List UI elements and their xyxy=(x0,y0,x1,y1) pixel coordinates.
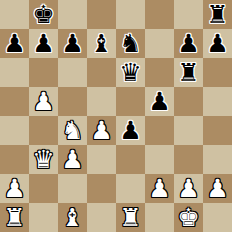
square-d7[interactable]: ♝ xyxy=(87,29,116,58)
square-h6[interactable] xyxy=(203,58,232,87)
white-pawn[interactable]: ♟ xyxy=(206,174,228,203)
white-king[interactable]: ♚ xyxy=(177,203,199,232)
square-d1[interactable] xyxy=(87,203,116,232)
white-pawn[interactable]: ♟ xyxy=(32,87,54,116)
square-h3[interactable] xyxy=(203,145,232,174)
square-a4[interactable] xyxy=(0,116,29,145)
square-b2[interactable] xyxy=(29,174,58,203)
square-d4[interactable]: ♟ xyxy=(87,116,116,145)
square-c8[interactable] xyxy=(58,0,87,29)
black-pawn[interactable]: ♟ xyxy=(177,29,199,58)
white-knight[interactable]: ♞ xyxy=(61,116,83,145)
square-f5[interactable]: ♟ xyxy=(145,87,174,116)
black-rook[interactable]: ♜ xyxy=(206,0,228,29)
square-h7[interactable]: ♟ xyxy=(203,29,232,58)
black-king[interactable]: ♚ xyxy=(32,0,54,29)
black-knight[interactable]: ♞ xyxy=(119,29,141,58)
square-b3[interactable]: ♛ xyxy=(29,145,58,174)
square-a5[interactable] xyxy=(0,87,29,116)
square-e6[interactable]: ♛ xyxy=(116,58,145,87)
square-c3[interactable]: ♟ xyxy=(58,145,87,174)
square-h5[interactable] xyxy=(203,87,232,116)
square-b5[interactable]: ♟ xyxy=(29,87,58,116)
square-h1[interactable] xyxy=(203,203,232,232)
square-e5[interactable] xyxy=(116,87,145,116)
black-pawn[interactable]: ♟ xyxy=(3,29,25,58)
square-f7[interactable] xyxy=(145,29,174,58)
black-pawn[interactable]: ♟ xyxy=(206,29,228,58)
white-rook[interactable]: ♜ xyxy=(3,203,25,232)
square-g3[interactable] xyxy=(174,145,203,174)
square-b1[interactable] xyxy=(29,203,58,232)
square-e1[interactable]: ♜ xyxy=(116,203,145,232)
square-d5[interactable] xyxy=(87,87,116,116)
square-g6[interactable]: ♜ xyxy=(174,58,203,87)
square-e3[interactable] xyxy=(116,145,145,174)
chess-board[interactable]: ♚♜♟♟♟♝♞♟♟♛♜♟♟♞♟♟♛♟♟♟♟♟♜♝♜♚ xyxy=(0,0,232,232)
black-rook[interactable]: ♜ xyxy=(177,58,199,87)
white-pawn[interactable]: ♟ xyxy=(90,116,112,145)
white-rook[interactable]: ♜ xyxy=(119,203,141,232)
square-h4[interactable] xyxy=(203,116,232,145)
square-g1[interactable]: ♚ xyxy=(174,203,203,232)
square-f4[interactable] xyxy=(145,116,174,145)
square-b7[interactable]: ♟ xyxy=(29,29,58,58)
square-g4[interactable] xyxy=(174,116,203,145)
square-a2[interactable]: ♟ xyxy=(0,174,29,203)
black-pawn[interactable]: ♟ xyxy=(32,29,54,58)
square-d3[interactable] xyxy=(87,145,116,174)
square-a1[interactable]: ♜ xyxy=(0,203,29,232)
square-c6[interactable] xyxy=(58,58,87,87)
white-queen[interactable]: ♛ xyxy=(32,145,54,174)
square-e7[interactable]: ♞ xyxy=(116,29,145,58)
square-g5[interactable] xyxy=(174,87,203,116)
square-c4[interactable]: ♞ xyxy=(58,116,87,145)
square-a3[interactable] xyxy=(0,145,29,174)
square-g2[interactable]: ♟ xyxy=(174,174,203,203)
square-c7[interactable]: ♟ xyxy=(58,29,87,58)
square-b8[interactable]: ♚ xyxy=(29,0,58,29)
square-h8[interactable]: ♜ xyxy=(203,0,232,29)
square-a8[interactable] xyxy=(0,0,29,29)
square-f2[interactable]: ♟ xyxy=(145,174,174,203)
square-a6[interactable] xyxy=(0,58,29,87)
black-pawn[interactable]: ♟ xyxy=(61,29,83,58)
black-queen[interactable]: ♛ xyxy=(119,58,141,87)
square-g8[interactable] xyxy=(174,0,203,29)
square-f1[interactable] xyxy=(145,203,174,232)
white-pawn[interactable]: ♟ xyxy=(148,174,170,203)
white-pawn[interactable]: ♟ xyxy=(3,174,25,203)
white-pawn[interactable]: ♟ xyxy=(61,145,83,174)
black-pawn[interactable]: ♟ xyxy=(148,87,170,116)
black-bishop[interactable]: ♝ xyxy=(90,29,112,58)
square-f3[interactable] xyxy=(145,145,174,174)
square-d2[interactable] xyxy=(87,174,116,203)
square-c5[interactable] xyxy=(58,87,87,116)
square-e2[interactable] xyxy=(116,174,145,203)
square-e4[interactable]: ♟ xyxy=(116,116,145,145)
white-bishop[interactable]: ♝ xyxy=(61,203,83,232)
square-c2[interactable] xyxy=(58,174,87,203)
square-f6[interactable] xyxy=(145,58,174,87)
square-a7[interactable]: ♟ xyxy=(0,29,29,58)
square-b4[interactable] xyxy=(29,116,58,145)
square-d6[interactable] xyxy=(87,58,116,87)
white-pawn[interactable]: ♟ xyxy=(177,174,199,203)
square-e8[interactable] xyxy=(116,0,145,29)
square-h2[interactable]: ♟ xyxy=(203,174,232,203)
square-g7[interactable]: ♟ xyxy=(174,29,203,58)
square-f8[interactable] xyxy=(145,0,174,29)
square-d8[interactable] xyxy=(87,0,116,29)
square-b6[interactable] xyxy=(29,58,58,87)
square-c1[interactable]: ♝ xyxy=(58,203,87,232)
black-pawn[interactable]: ♟ xyxy=(119,116,141,145)
